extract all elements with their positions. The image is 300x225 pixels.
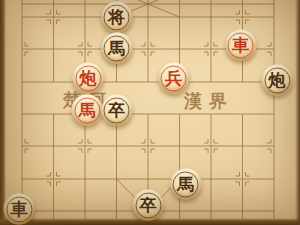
piece-red-soldier[interactable]: 兵: [158, 63, 189, 94]
piece-character: 炮: [269, 72, 286, 89]
river-label-han-jie: 漢界: [184, 89, 234, 113]
piece-character: 将: [108, 9, 125, 26]
piece-black-chariot[interactable]: 車: [4, 194, 35, 225]
piece-ring: [104, 97, 130, 123]
piece-character: 卒: [108, 102, 125, 119]
piece-black-soldier[interactable]: 卒: [133, 190, 164, 221]
piece-character: 馬: [79, 102, 96, 119]
piece-ring: [135, 192, 161, 218]
piece-ring: [161, 65, 187, 91]
piece-red-cannon[interactable]: 炮: [73, 63, 104, 94]
piece-ring: [264, 67, 290, 93]
piece-ring: [104, 4, 130, 30]
piece-black-horse[interactable]: 馬: [101, 33, 132, 64]
piece-black-general[interactable]: 将: [101, 2, 132, 33]
piece-character: 卒: [140, 197, 157, 214]
piece-character: 炮: [80, 70, 97, 87]
piece-black-horse[interactable]: 馬: [170, 169, 201, 200]
piece-red-horse[interactable]: 馬: [72, 95, 103, 126]
piece-ring: [228, 32, 254, 58]
piece-black-soldier[interactable]: 卒: [101, 95, 132, 126]
piece-character: 兵: [165, 70, 182, 87]
piece-character: 車: [11, 201, 28, 218]
xiangqi-board[interactable]: 楚河 漢界 将馬車炮兵炮馬卒馬車卒: [0, 0, 300, 225]
piece-ring: [6, 196, 32, 222]
piece-character: 馬: [177, 176, 194, 193]
piece-red-chariot[interactable]: 車: [225, 30, 256, 61]
piece-ring: [75, 65, 101, 91]
board-edge-left: [0, 0, 6, 225]
piece-character: 車: [232, 37, 249, 54]
piece-ring: [173, 171, 199, 197]
piece-ring: [74, 97, 100, 123]
piece-character: 馬: [108, 40, 125, 57]
board-edge-right: [295, 0, 300, 225]
piece-black-cannon[interactable]: 炮: [262, 65, 293, 96]
piece-ring: [104, 35, 130, 61]
